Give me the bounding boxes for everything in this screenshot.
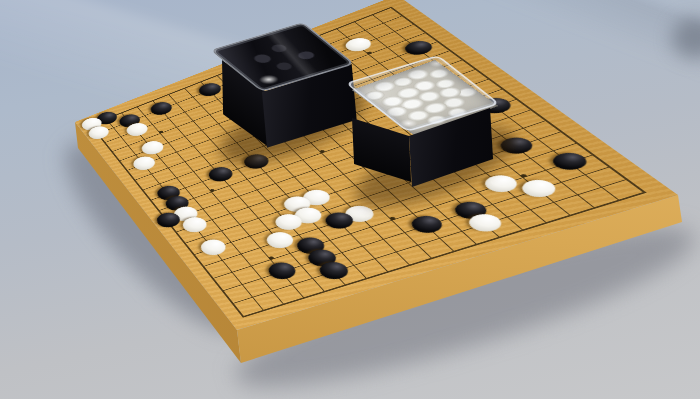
go-board-photo-scene: Overhead-angle photograph of a wooden 19…	[0, 0, 700, 399]
